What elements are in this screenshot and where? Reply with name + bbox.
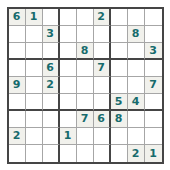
- sudoku-cell-r7c8[interactable]: [128, 111, 145, 128]
- sudoku-cell-r5c3[interactable]: 2: [43, 77, 60, 94]
- sudoku-cell-r2c9[interactable]: [145, 26, 162, 43]
- sudoku-cell-r3c9[interactable]: 3: [145, 43, 162, 60]
- sudoku-cell-r3c1[interactable]: [9, 43, 26, 60]
- sudoku-cell-r2c4[interactable]: [60, 26, 77, 43]
- sudoku-cell-r7c3[interactable]: [43, 111, 60, 128]
- sudoku-cell-r8c9[interactable]: [145, 128, 162, 145]
- sudoku-cell-r1c1[interactable]: 6: [9, 9, 26, 26]
- sudoku-cell-r4c3[interactable]: 6: [43, 60, 60, 77]
- sudoku-cell-r1c4[interactable]: [60, 9, 77, 26]
- sudoku-cell-r9c9[interactable]: 1: [145, 145, 162, 162]
- sudoku-cell-r1c5[interactable]: [77, 9, 94, 26]
- sudoku-cell-r5c2[interactable]: [26, 77, 43, 94]
- sudoku-cell-r9c1[interactable]: [9, 145, 26, 162]
- sudoku-cell-r7c6[interactable]: 6: [94, 111, 111, 128]
- sudoku-cell-r4c4[interactable]: [60, 60, 77, 77]
- sudoku-cell-r5c6[interactable]: [94, 77, 111, 94]
- sudoku-cell-r1c8[interactable]: [128, 9, 145, 26]
- sudoku-cell-r6c5[interactable]: [77, 94, 94, 111]
- sudoku-cell-r9c8[interactable]: 2: [128, 145, 145, 162]
- sudoku-cell-r6c4[interactable]: [60, 94, 77, 111]
- sudoku-cell-r4c7[interactable]: [111, 60, 128, 77]
- sudoku-cell-r9c6[interactable]: [94, 145, 111, 162]
- sudoku-cell-r5c5[interactable]: [77, 77, 94, 94]
- sudoku-cell-r2c5[interactable]: [77, 26, 94, 43]
- sudoku-cell-r5c4[interactable]: [60, 77, 77, 94]
- sudoku-cell-r6c9[interactable]: [145, 94, 162, 111]
- sudoku-cell-r6c6[interactable]: [94, 94, 111, 111]
- sudoku-cell-r7c9[interactable]: [145, 111, 162, 128]
- sudoku-cell-r4c8[interactable]: [128, 60, 145, 77]
- sudoku-cell-r2c7[interactable]: [111, 26, 128, 43]
- sudoku-cell-r3c3[interactable]: [43, 43, 60, 60]
- sudoku-cell-r3c5[interactable]: 8: [77, 43, 94, 60]
- sudoku-cell-r8c5[interactable]: [77, 128, 94, 145]
- sudoku-cell-r2c3[interactable]: 3: [43, 26, 60, 43]
- sudoku-cell-r1c6[interactable]: 2: [94, 9, 111, 26]
- sudoku-cell-r3c7[interactable]: [111, 43, 128, 60]
- sudoku-cell-r8c2[interactable]: [26, 128, 43, 145]
- sudoku-cell-r9c5[interactable]: [77, 145, 94, 162]
- sudoku-cell-r5c8[interactable]: [128, 77, 145, 94]
- sudoku-cell-r6c1[interactable]: [9, 94, 26, 111]
- sudoku-cell-r7c1[interactable]: [9, 111, 26, 128]
- sudoku-cell-r7c5[interactable]: 7: [77, 111, 94, 128]
- sudoku-cell-r2c1[interactable]: [9, 26, 26, 43]
- sudoku-cell-r4c6[interactable]: 7: [94, 60, 111, 77]
- sudoku-cell-r8c8[interactable]: [128, 128, 145, 145]
- sudoku-cell-r6c2[interactable]: [26, 94, 43, 111]
- sudoku-cell-r4c1[interactable]: [9, 60, 26, 77]
- sudoku-cell-r3c6[interactable]: [94, 43, 111, 60]
- sudoku-cell-r9c4[interactable]: [60, 145, 77, 162]
- sudoku-cell-r8c7[interactable]: [111, 128, 128, 145]
- sudoku-cell-r7c4[interactable]: [60, 111, 77, 128]
- sudoku-cell-r4c5[interactable]: [77, 60, 94, 77]
- sudoku-cell-r7c7[interactable]: 8: [111, 111, 128, 128]
- sudoku-cell-r1c2[interactable]: 1: [26, 9, 43, 26]
- sudoku-cell-r2c2[interactable]: [26, 26, 43, 43]
- sudoku-cell-r8c4[interactable]: 1: [60, 128, 77, 145]
- sudoku-board: 612388367927547682121: [7, 7, 164, 164]
- sudoku-cell-r3c2[interactable]: [26, 43, 43, 60]
- sudoku-cell-r9c3[interactable]: [43, 145, 60, 162]
- sudoku-cell-r2c8[interactable]: 8: [128, 26, 145, 43]
- sudoku-cell-r3c4[interactable]: [60, 43, 77, 60]
- sudoku-cell-r4c2[interactable]: [26, 60, 43, 77]
- sudoku-cell-r5c7[interactable]: [111, 77, 128, 94]
- sudoku-cell-r3c8[interactable]: [128, 43, 145, 60]
- sudoku-cell-r1c3[interactable]: [43, 9, 60, 26]
- sudoku-cell-r5c9[interactable]: 7: [145, 77, 162, 94]
- sudoku-cell-r6c3[interactable]: [43, 94, 60, 111]
- sudoku-cell-r8c3[interactable]: [43, 128, 60, 145]
- sudoku-cell-r5c1[interactable]: 9: [9, 77, 26, 94]
- sudoku-cell-r1c7[interactable]: [111, 9, 128, 26]
- sudoku-cell-r1c9[interactable]: [145, 9, 162, 26]
- sudoku-cell-r8c6[interactable]: [94, 128, 111, 145]
- sudoku-cell-r9c2[interactable]: [26, 145, 43, 162]
- sudoku-cell-r6c8[interactable]: 4: [128, 94, 145, 111]
- sudoku-cell-r6c7[interactable]: 5: [111, 94, 128, 111]
- sudoku-cell-r8c1[interactable]: 2: [9, 128, 26, 145]
- sudoku-cell-r7c2[interactable]: [26, 111, 43, 128]
- sudoku-cell-r9c7[interactable]: [111, 145, 128, 162]
- sudoku-cell-r2c6[interactable]: [94, 26, 111, 43]
- sudoku-cell-r4c9[interactable]: [145, 60, 162, 77]
- sudoku-page: 612388367927547682121: [0, 0, 170, 170]
